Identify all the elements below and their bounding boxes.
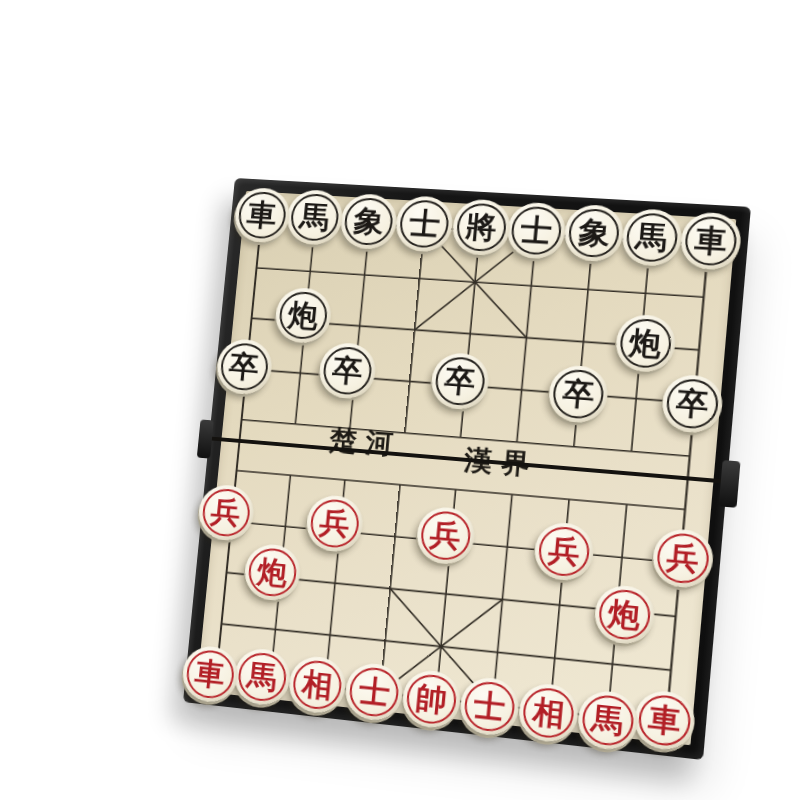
piece-black-soldier[interactable]: 卒 [660,373,724,434]
piece-red-elephant[interactable]: 相 [287,654,348,716]
piece-black-horse[interactable]: 馬 [285,188,345,245]
piece-glyph: 相 [517,682,580,745]
pieces-layer: 車馬象士將士象馬車炮炮卒卒卒卒卒兵兵兵兵兵炮炮車馬相士帥士相馬車 [183,178,751,760]
piece-red-horse[interactable]: 馬 [575,689,639,753]
piece-glyph: 兵 [196,483,256,543]
piece-red-rook[interactable]: 車 [180,644,240,705]
piece-black-elephant[interactable]: 象 [563,203,626,262]
piece-black-cannon[interactable]: 炮 [613,313,677,374]
piece-glyph: 車 [679,211,743,271]
piece-glyph: 卒 [660,373,724,434]
piece-red-soldier[interactable]: 兵 [305,493,366,553]
piece-glyph: 兵 [651,527,716,590]
piece-red-advisor[interactable]: 士 [458,675,521,738]
piece-glyph: 車 [232,186,291,243]
product-photo: 楚河 漢界 車馬象士將士象馬車炮炮卒卒卒卒卒兵兵兵兵兵炮炮車馬相士帥士相馬車 [0,0,800,800]
piece-red-cannon[interactable]: 炮 [592,583,656,646]
piece-glyph: 炮 [242,542,302,602]
piece-glyph: 士 [344,661,405,723]
piece-glyph: 馬 [620,207,684,267]
piece-black-general[interactable]: 將 [450,198,512,257]
piece-glyph: 象 [339,192,399,250]
piece-red-advisor[interactable]: 士 [344,661,405,723]
xiangqi-board: 楚河 漢界 車馬象士將士象馬車炮炮卒卒卒卒卒兵兵兵兵兵炮炮車馬相士帥士相馬車 [183,178,751,760]
piece-black-rook[interactable]: 車 [232,186,291,243]
piece-glyph: 卒 [429,351,491,411]
piece-glyph: 士 [394,194,455,252]
piece-red-soldier[interactable]: 兵 [196,483,256,543]
piece-glyph: 兵 [414,505,476,566]
piece-glyph: 兵 [533,520,596,582]
piece-red-horse[interactable]: 馬 [232,647,292,708]
piece-red-cannon[interactable]: 炮 [242,542,302,602]
piece-glyph: 將 [450,198,512,257]
piece-red-soldier[interactable]: 兵 [651,527,716,590]
piece-black-soldier[interactable]: 卒 [429,351,491,411]
piece-black-elephant[interactable]: 象 [339,192,399,250]
piece-black-soldier[interactable]: 卒 [317,341,378,400]
piece-glyph: 卒 [317,341,378,400]
piece-black-soldier[interactable]: 卒 [547,364,610,425]
piece-glyph: 車 [180,644,240,705]
piece-black-horse[interactable]: 馬 [620,207,684,267]
hinge-right-icon [719,460,741,508]
piece-glyph: 車 [632,689,697,753]
piece-red-rook[interactable]: 車 [632,689,697,753]
piece-glyph: 馬 [285,188,345,245]
piece-black-rook[interactable]: 車 [679,211,743,271]
piece-glyph: 卒 [214,338,273,396]
piece-glyph: 相 [287,654,348,716]
piece-glyph: 士 [458,675,521,738]
piece-glyph: 炮 [273,286,333,344]
piece-glyph: 炮 [613,313,677,374]
piece-glyph: 馬 [575,689,639,753]
piece-red-elephant[interactable]: 相 [517,682,580,745]
piece-black-advisor[interactable]: 士 [505,201,567,260]
piece-glyph: 馬 [232,647,292,708]
piece-glyph: 帥 [400,668,462,731]
piece-glyph: 兵 [305,493,366,553]
piece-glyph: 炮 [592,583,656,646]
piece-glyph: 士 [505,201,567,260]
piece-glyph: 象 [563,203,626,262]
piece-glyph: 卒 [547,364,610,425]
piece-red-general[interactable]: 帥 [400,668,462,731]
piece-black-advisor[interactable]: 士 [394,194,455,252]
piece-black-cannon[interactable]: 炮 [273,286,333,344]
piece-black-soldier[interactable]: 卒 [214,338,273,396]
piece-red-soldier[interactable]: 兵 [414,505,476,566]
piece-red-soldier[interactable]: 兵 [533,520,596,582]
